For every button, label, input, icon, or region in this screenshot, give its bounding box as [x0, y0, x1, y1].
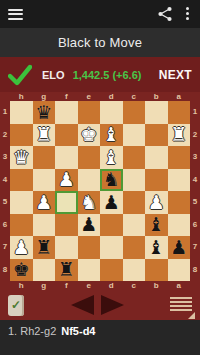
square-e5[interactable]: ♞ — [78, 191, 101, 214]
piece-white-bishop: ♝ — [100, 124, 123, 147]
title-bar: Black to Move — [0, 28, 200, 57]
square-d4[interactable]: ♞ — [100, 169, 123, 192]
square-b4[interactable] — [145, 169, 168, 192]
file-label-f: f — [55, 92, 78, 101]
rank-label-4: 4 — [190, 169, 200, 192]
overflow-menu-icon[interactable] — [186, 7, 190, 21]
square-a6[interactable] — [168, 214, 191, 237]
file-label-d: d — [100, 281, 123, 290]
share-icon[interactable] — [157, 6, 173, 22]
square-d3[interactable]: ♝ — [100, 146, 123, 169]
file-labels-top: hgfedcba — [0, 92, 200, 101]
square-d8[interactable] — [100, 259, 123, 282]
square-c2[interactable] — [123, 124, 146, 147]
next-move-button[interactable] — [101, 295, 124, 315]
piece-black-king: ♚ — [10, 259, 33, 282]
square-g5[interactable]: ♟ — [33, 191, 56, 214]
file-label-b: b — [145, 281, 168, 290]
next-puzzle-button[interactable]: NEXT — [159, 68, 192, 82]
solved-check-icon — [8, 64, 32, 86]
hamburger-menu-icon[interactable] — [8, 9, 23, 20]
square-c4[interactable] — [123, 169, 146, 192]
rank-label-6: 6 — [190, 214, 200, 237]
prev-move-button[interactable] — [71, 295, 94, 315]
square-h6[interactable] — [10, 214, 33, 237]
square-h8[interactable]: ♚ — [10, 259, 33, 282]
piece-black-rook: ♜ — [33, 236, 56, 259]
rank-label-7: 7 — [190, 236, 200, 259]
square-e4[interactable] — [78, 169, 101, 192]
square-g7[interactable]: ♜ — [33, 236, 56, 259]
piece-black-bishop: ♝ — [145, 214, 168, 237]
rank-label-8: 8 — [190, 259, 200, 282]
square-h1[interactable] — [10, 101, 33, 124]
square-a2[interactable]: ♜ — [168, 124, 191, 147]
move-number: 1. — [8, 325, 17, 337]
file-labels-bottom: hgfedcba — [0, 281, 200, 290]
rank-labels-right: 12345678 — [190, 101, 200, 281]
rank-label-8: 8 — [0, 259, 10, 282]
square-a4[interactable] — [168, 169, 191, 192]
square-d5[interactable]: ♟ — [100, 191, 123, 214]
rank-label-2: 2 — [0, 124, 10, 147]
square-a5[interactable] — [168, 191, 191, 214]
rank-label-1: 1 — [0, 101, 10, 124]
square-c7[interactable] — [123, 236, 146, 259]
elo-value: 1,442.5 (+6.6) — [73, 69, 142, 81]
piece-black-knight: ♞ — [100, 169, 123, 192]
rank-label-5: 5 — [190, 191, 200, 214]
board-area: hgfedcba 12345678 ♛♜♚♝♜♛♝♟♞♟♞♟♟♟♝♟♜♝♟♚♜ … — [0, 92, 200, 290]
file-label-g: g — [33, 92, 56, 101]
square-b2[interactable] — [145, 124, 168, 147]
piece-black-pawn: ♟ — [100, 191, 123, 214]
rank-label-7: 7 — [0, 236, 10, 259]
piece-white-pawn: ♟ — [145, 191, 168, 214]
file-label-g: g — [33, 281, 56, 290]
solved-history-icon[interactable]: ✓ — [8, 295, 24, 316]
square-h7[interactable]: ♟ — [10, 236, 33, 259]
piece-white-knight: ♞ — [78, 191, 101, 214]
square-b5[interactable]: ♟ — [145, 191, 168, 214]
piece-black-pawn: ♟ — [78, 214, 101, 237]
square-c5[interactable] — [123, 191, 146, 214]
square-a3[interactable] — [168, 146, 191, 169]
rank-label-1: 1 — [190, 101, 200, 124]
square-c6[interactable] — [123, 214, 146, 237]
white-move[interactable]: Rh2-g2 — [20, 325, 56, 337]
chess-board: ♛♜♚♝♜♛♝♟♞♟♞♟♟♟♝♟♜♝♟♚♜ — [10, 101, 190, 281]
piece-white-rook: ♜ — [33, 124, 56, 147]
square-c8[interactable] — [123, 259, 146, 282]
piece-black-bishop: ♝ — [145, 236, 168, 259]
navigation-bar: ✓ — [0, 290, 200, 320]
square-f7[interactable] — [55, 236, 78, 259]
square-g6[interactable] — [33, 214, 56, 237]
piece-white-queen: ♛ — [10, 146, 33, 169]
square-f6[interactable] — [55, 214, 78, 237]
black-move[interactable]: Nf5-d4 — [61, 325, 95, 337]
square-a8[interactable] — [168, 259, 191, 282]
square-e6[interactable]: ♟ — [78, 214, 101, 237]
square-d2[interactable]: ♝ — [100, 124, 123, 147]
square-h3[interactable]: ♛ — [10, 146, 33, 169]
square-b1[interactable] — [145, 101, 168, 124]
file-label-f: f — [55, 281, 78, 290]
square-e8[interactable] — [78, 259, 101, 282]
square-c3[interactable] — [123, 146, 146, 169]
square-h5[interactable] — [10, 191, 33, 214]
piece-white-pawn: ♟ — [33, 191, 56, 214]
piece-white-bishop: ♝ — [100, 146, 123, 169]
file-label-d: d — [100, 92, 123, 101]
square-h4[interactable] — [10, 169, 33, 192]
piece-black-pawn: ♟ — [168, 236, 191, 259]
file-label-e: e — [78, 281, 101, 290]
square-g8[interactable] — [33, 259, 56, 282]
piece-black-queen: ♛ — [33, 101, 56, 124]
square-e7[interactable] — [78, 236, 101, 259]
file-label-a: a — [168, 281, 191, 290]
square-e1[interactable] — [78, 101, 101, 124]
file-label-a: a — [168, 92, 191, 101]
piece-black-rook: ♜ — [55, 259, 78, 282]
square-a1[interactable] — [168, 101, 191, 124]
square-d7[interactable] — [100, 236, 123, 259]
square-d6[interactable] — [100, 214, 123, 237]
piece-white-pawn: ♟ — [10, 236, 33, 259]
square-b3[interactable] — [145, 146, 168, 169]
rank-labels-left: 12345678 — [0, 101, 10, 281]
square-g2[interactable]: ♜ — [33, 124, 56, 147]
rank-label-4: 4 — [0, 169, 10, 192]
square-f2[interactable] — [55, 124, 78, 147]
rank-label-6: 6 — [0, 214, 10, 237]
square-h2[interactable] — [10, 124, 33, 147]
square-e3[interactable] — [78, 146, 101, 169]
square-g3[interactable] — [33, 146, 56, 169]
square-f4[interactable]: ♟ — [55, 169, 78, 192]
rank-label-3: 3 — [0, 146, 10, 169]
square-f8[interactable]: ♜ — [55, 259, 78, 282]
file-label-h: h — [10, 281, 33, 290]
file-label-b: b — [145, 92, 168, 101]
file-label-h: h — [10, 92, 33, 101]
square-b6[interactable]: ♝ — [145, 214, 168, 237]
rank-label-5: 5 — [0, 191, 10, 214]
square-g1[interactable]: ♛ — [33, 101, 56, 124]
square-f1[interactable] — [55, 101, 78, 124]
file-label-c: c — [123, 281, 146, 290]
rank-label-2: 2 — [190, 124, 200, 147]
rank-label-3: 3 — [190, 146, 200, 169]
file-label-e: e — [78, 92, 101, 101]
move-nav-arrows — [24, 295, 170, 315]
square-b8[interactable] — [145, 259, 168, 282]
square-d1[interactable] — [100, 101, 123, 124]
piece-white-rook: ♜ — [168, 124, 191, 147]
piece-white-king: ♚ — [78, 124, 101, 147]
app-bar — [0, 0, 200, 28]
move-list-icon[interactable] — [170, 295, 192, 315]
move-list-bar: 1.Rh2-g2Nf5-d4 — [0, 320, 200, 355]
file-label-c: c — [123, 92, 146, 101]
square-f3[interactable] — [55, 146, 78, 169]
elo-label: ELO — [42, 69, 65, 81]
page-title: Black to Move — [58, 35, 142, 50]
square-c1[interactable] — [123, 101, 146, 124]
square-a7[interactable]: ♟ — [168, 236, 191, 259]
piece-white-pawn: ♟ — [55, 169, 78, 192]
square-e2[interactable]: ♚ — [78, 124, 101, 147]
result-bar: ELO 1,442.5 (+6.6) NEXT — [0, 57, 200, 92]
square-g4[interactable] — [33, 169, 56, 192]
square-b7[interactable]: ♝ — [145, 236, 168, 259]
square-f5[interactable] — [55, 191, 78, 214]
